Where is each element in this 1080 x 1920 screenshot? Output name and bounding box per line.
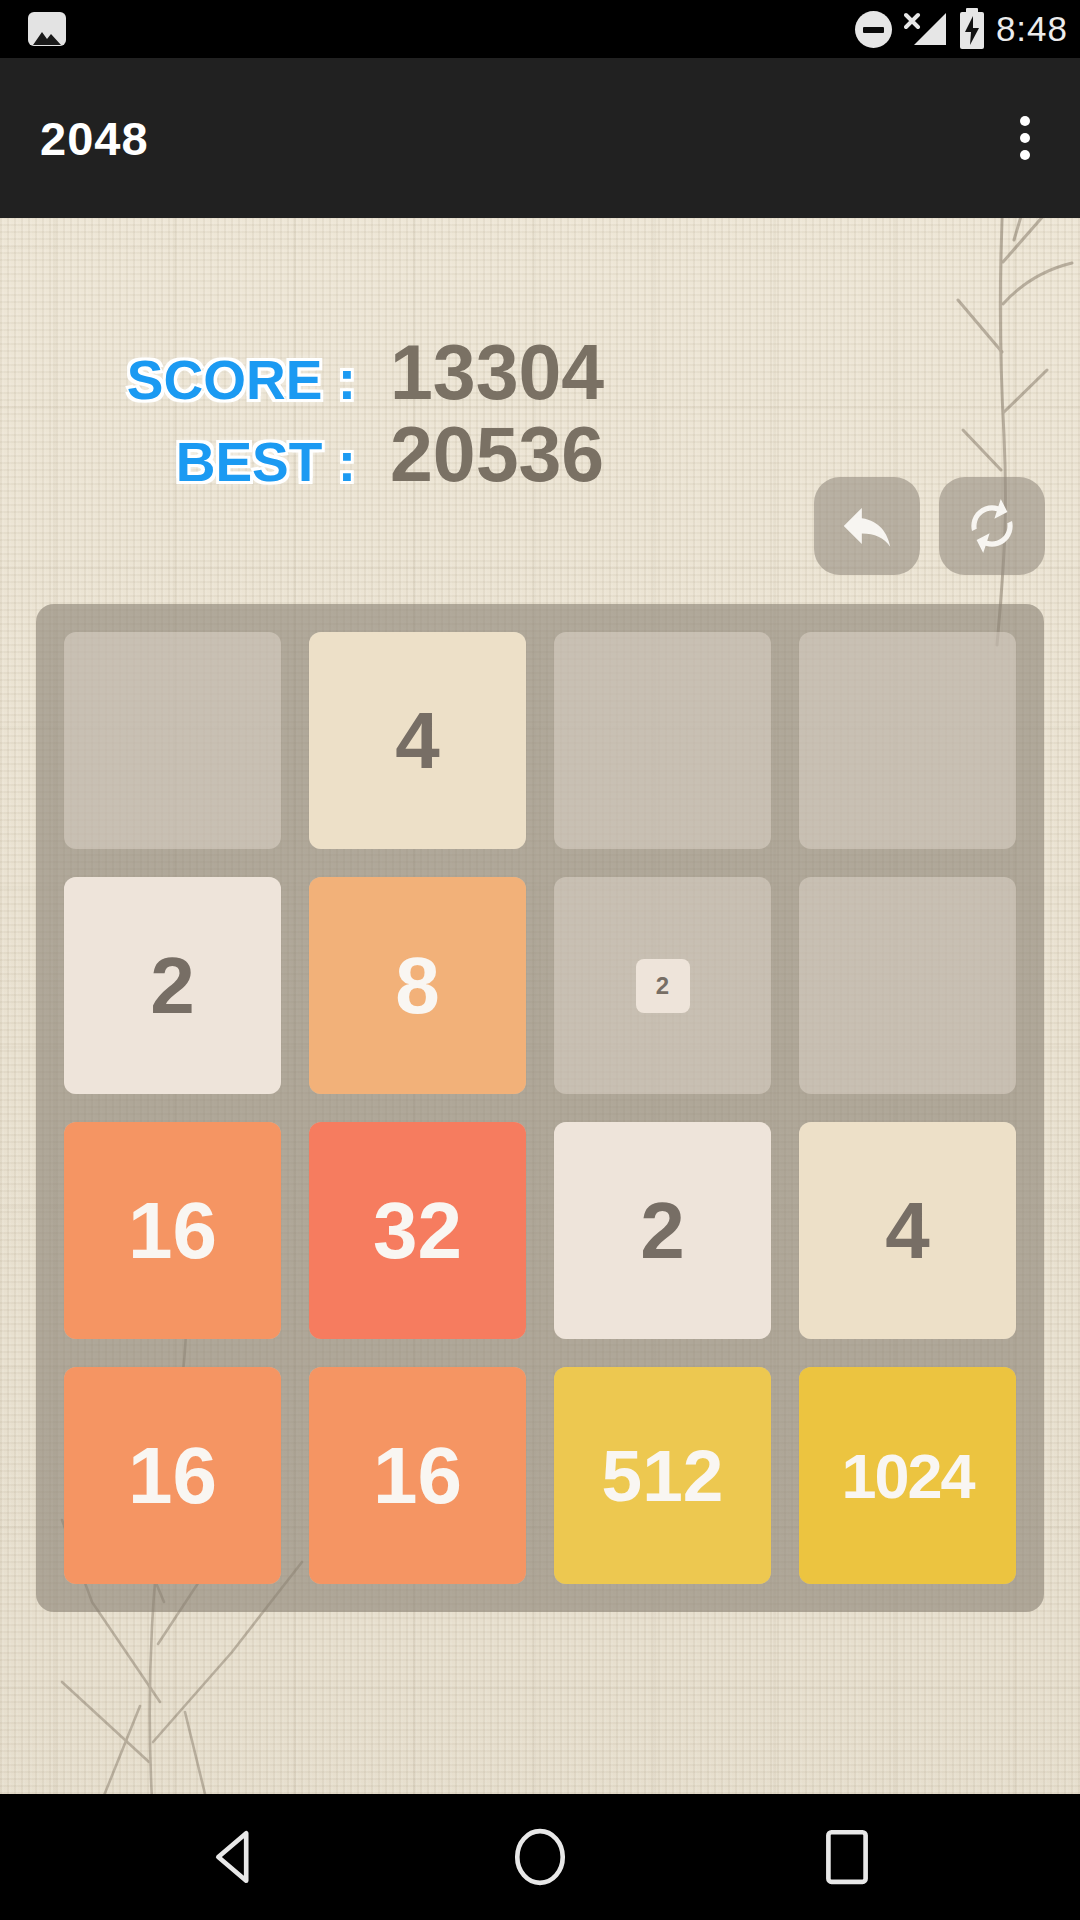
image-icon [28,12,66,46]
do-not-disturb-icon [855,11,892,48]
restart-button[interactable] [939,477,1045,575]
cell-r1c3 [799,877,1016,1094]
app-title: 2048 [40,58,149,218]
tile-16: 16 [64,1122,281,1339]
tile-32: 32 [309,1122,526,1339]
restart-icon [961,495,1023,557]
no-signal-icon [904,7,948,51]
cell-r2c2: 2 [554,1122,771,1339]
overflow-menu-icon[interactable] [1014,58,1036,218]
tile-4: 4 [309,632,526,849]
scoreboard: SCORE : 13304 BEST : 20536 [98,336,604,498]
cell-r0c2 [554,632,771,849]
score-value: 13304 [390,336,604,408]
recents-icon[interactable] [777,1794,917,1920]
cell-r2c0: 16 [64,1122,281,1339]
score-label: SCORE : [98,344,356,416]
cell-r3c3: 1024 [799,1367,1016,1584]
undo-button[interactable] [814,477,920,575]
cell-r0c0 [64,632,281,849]
tile-512: 512 [554,1367,771,1584]
cell-r0c1: 4 [309,632,526,849]
best-value: 20536 [390,418,604,490]
app-bar: 2048 [0,58,1080,218]
cell-r0c3 [799,632,1016,849]
cell-r3c0: 16 [64,1367,281,1584]
tile-8: 8 [309,877,526,1094]
tile-2: 2 [554,1122,771,1339]
battery-charging-icon [960,12,984,49]
cell-r1c0: 2 [64,877,281,1094]
tile-16: 16 [309,1367,526,1584]
status-bar: 8:48 [0,0,1080,58]
cell-r1c2: 2 [554,877,771,1094]
navigation-bar [0,1794,1080,1920]
cell-r3c2: 512 [554,1367,771,1584]
back-icon[interactable] [170,1794,310,1920]
wallpaper: SCORE : 13304 BEST : 20536 4282163224161… [0,0,1080,1920]
tile-2-spawning: 2 [636,959,690,1013]
tile-2: 2 [64,877,281,1094]
tile-16: 16 [64,1367,281,1584]
tile-4: 4 [799,1122,1016,1339]
clock-text: 8:48 [996,9,1068,49]
tile-1024: 1024 [799,1367,1016,1584]
undo-icon [836,495,898,557]
cell-r2c1: 32 [309,1122,526,1339]
best-label: BEST : [98,426,356,498]
cell-r1c1: 8 [309,877,526,1094]
cell-r3c1: 16 [309,1367,526,1584]
home-icon[interactable] [470,1794,610,1920]
cell-r2c3: 4 [799,1122,1016,1339]
game-board[interactable]: 428216322416165121024 [36,604,1044,1612]
